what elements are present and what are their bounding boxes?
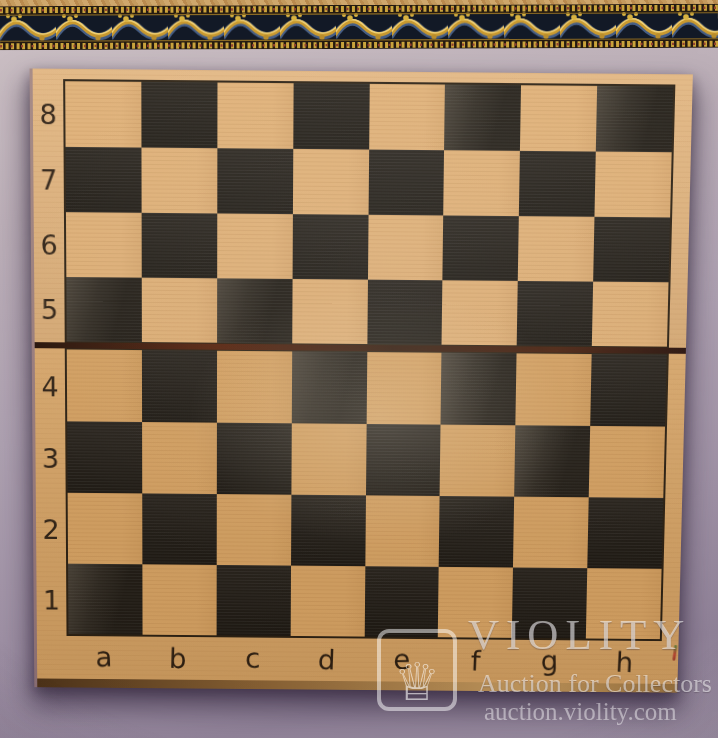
square-g3 — [514, 425, 590, 497]
file-label-f: f — [437, 638, 513, 683]
square-e2 — [365, 495, 440, 567]
square-f8 — [444, 85, 521, 151]
square-g5 — [517, 281, 593, 346]
square-f2 — [439, 496, 514, 568]
file-label-a: a — [66, 634, 142, 679]
rank-label-7: 7 — [34, 147, 63, 213]
square-f3 — [440, 425, 516, 497]
rank-label-4: 4 — [36, 350, 64, 422]
square-d7 — [293, 149, 369, 215]
square-g8 — [520, 85, 597, 151]
board-half-top: 8765 — [33, 69, 693, 348]
square-f7 — [444, 150, 521, 216]
file-labels: abcdefgh — [67, 636, 662, 684]
braid-ribbon-icon — [0, 4, 718, 51]
square-b4 — [142, 350, 217, 423]
file-label-d: d — [289, 637, 365, 682]
file-label-g: g — [512, 638, 587, 683]
rank-label-8: 8 — [34, 81, 63, 147]
square-h3 — [589, 426, 665, 498]
square-b1 — [142, 564, 216, 635]
square-d4 — [291, 351, 366, 424]
square-c5 — [217, 278, 292, 343]
square-d3 — [291, 423, 366, 495]
square-c8 — [217, 83, 293, 149]
square-a8 — [65, 81, 141, 147]
square-a3 — [67, 421, 142, 493]
square-g7 — [519, 151, 596, 217]
square-a7 — [66, 147, 142, 213]
rank-label-1: 1 — [37, 564, 65, 635]
braid-ribbon-decor — [0, 4, 718, 51]
square-h7 — [595, 152, 672, 218]
square-e1 — [364, 566, 439, 637]
square-b6 — [141, 213, 217, 278]
square-h8 — [596, 86, 673, 152]
square-e5 — [367, 280, 443, 345]
square-f5 — [442, 280, 518, 345]
square-a2 — [68, 493, 143, 565]
square-f1 — [438, 567, 513, 638]
square-f6 — [443, 215, 519, 280]
board-grid-bottom — [65, 348, 669, 641]
square-a4 — [67, 349, 142, 422]
square-e6 — [367, 215, 443, 280]
photo-scene: 8765 abcdefgh 4321 ♕ VIOLITY Auction for… — [0, 0, 718, 738]
rank-label-5: 5 — [35, 277, 64, 342]
square-b5 — [142, 278, 217, 343]
square-e7 — [368, 150, 444, 216]
square-c2 — [216, 494, 291, 566]
square-g1 — [512, 567, 587, 638]
board-half-bottom: abcdefgh 4321 — [35, 348, 686, 684]
square-h6 — [593, 217, 670, 282]
square-e3 — [365, 424, 440, 496]
watermark-url: auction.violity.com — [484, 698, 677, 726]
square-e8 — [369, 84, 446, 150]
square-d6 — [292, 214, 368, 279]
square-g4 — [516, 353, 592, 426]
square-d5 — [292, 279, 368, 344]
square-h1 — [586, 568, 662, 639]
square-c7 — [217, 148, 293, 214]
square-d8 — [293, 83, 369, 149]
square-b2 — [142, 493, 216, 565]
file-label-b: b — [140, 636, 216, 681]
square-b8 — [141, 82, 217, 148]
square-h2 — [587, 497, 663, 568]
square-e4 — [366, 352, 442, 425]
square-b3 — [142, 422, 217, 494]
square-h5 — [592, 282, 669, 347]
square-c1 — [216, 565, 290, 636]
square-c3 — [217, 423, 292, 495]
square-a6 — [66, 212, 142, 278]
file-label-h: h — [586, 639, 662, 684]
square-f4 — [441, 353, 517, 426]
square-h4 — [590, 354, 666, 427]
square-g6 — [518, 216, 595, 281]
square-a5 — [66, 277, 141, 342]
square-d2 — [291, 495, 366, 567]
square-a1 — [68, 564, 142, 635]
square-d1 — [290, 566, 365, 637]
square-b7 — [141, 148, 217, 214]
board-grid-top — [63, 79, 675, 348]
rank-label-6: 6 — [35, 212, 64, 277]
file-label-c: c — [215, 636, 291, 681]
chess-board: 8765 abcdefgh 4321 — [30, 68, 693, 692]
file-label-e: e — [363, 637, 438, 682]
square-c6 — [217, 213, 293, 278]
rank-label-3: 3 — [36, 422, 64, 494]
rank-label-2: 2 — [37, 493, 65, 564]
square-g2 — [513, 497, 589, 569]
square-c4 — [217, 351, 292, 424]
